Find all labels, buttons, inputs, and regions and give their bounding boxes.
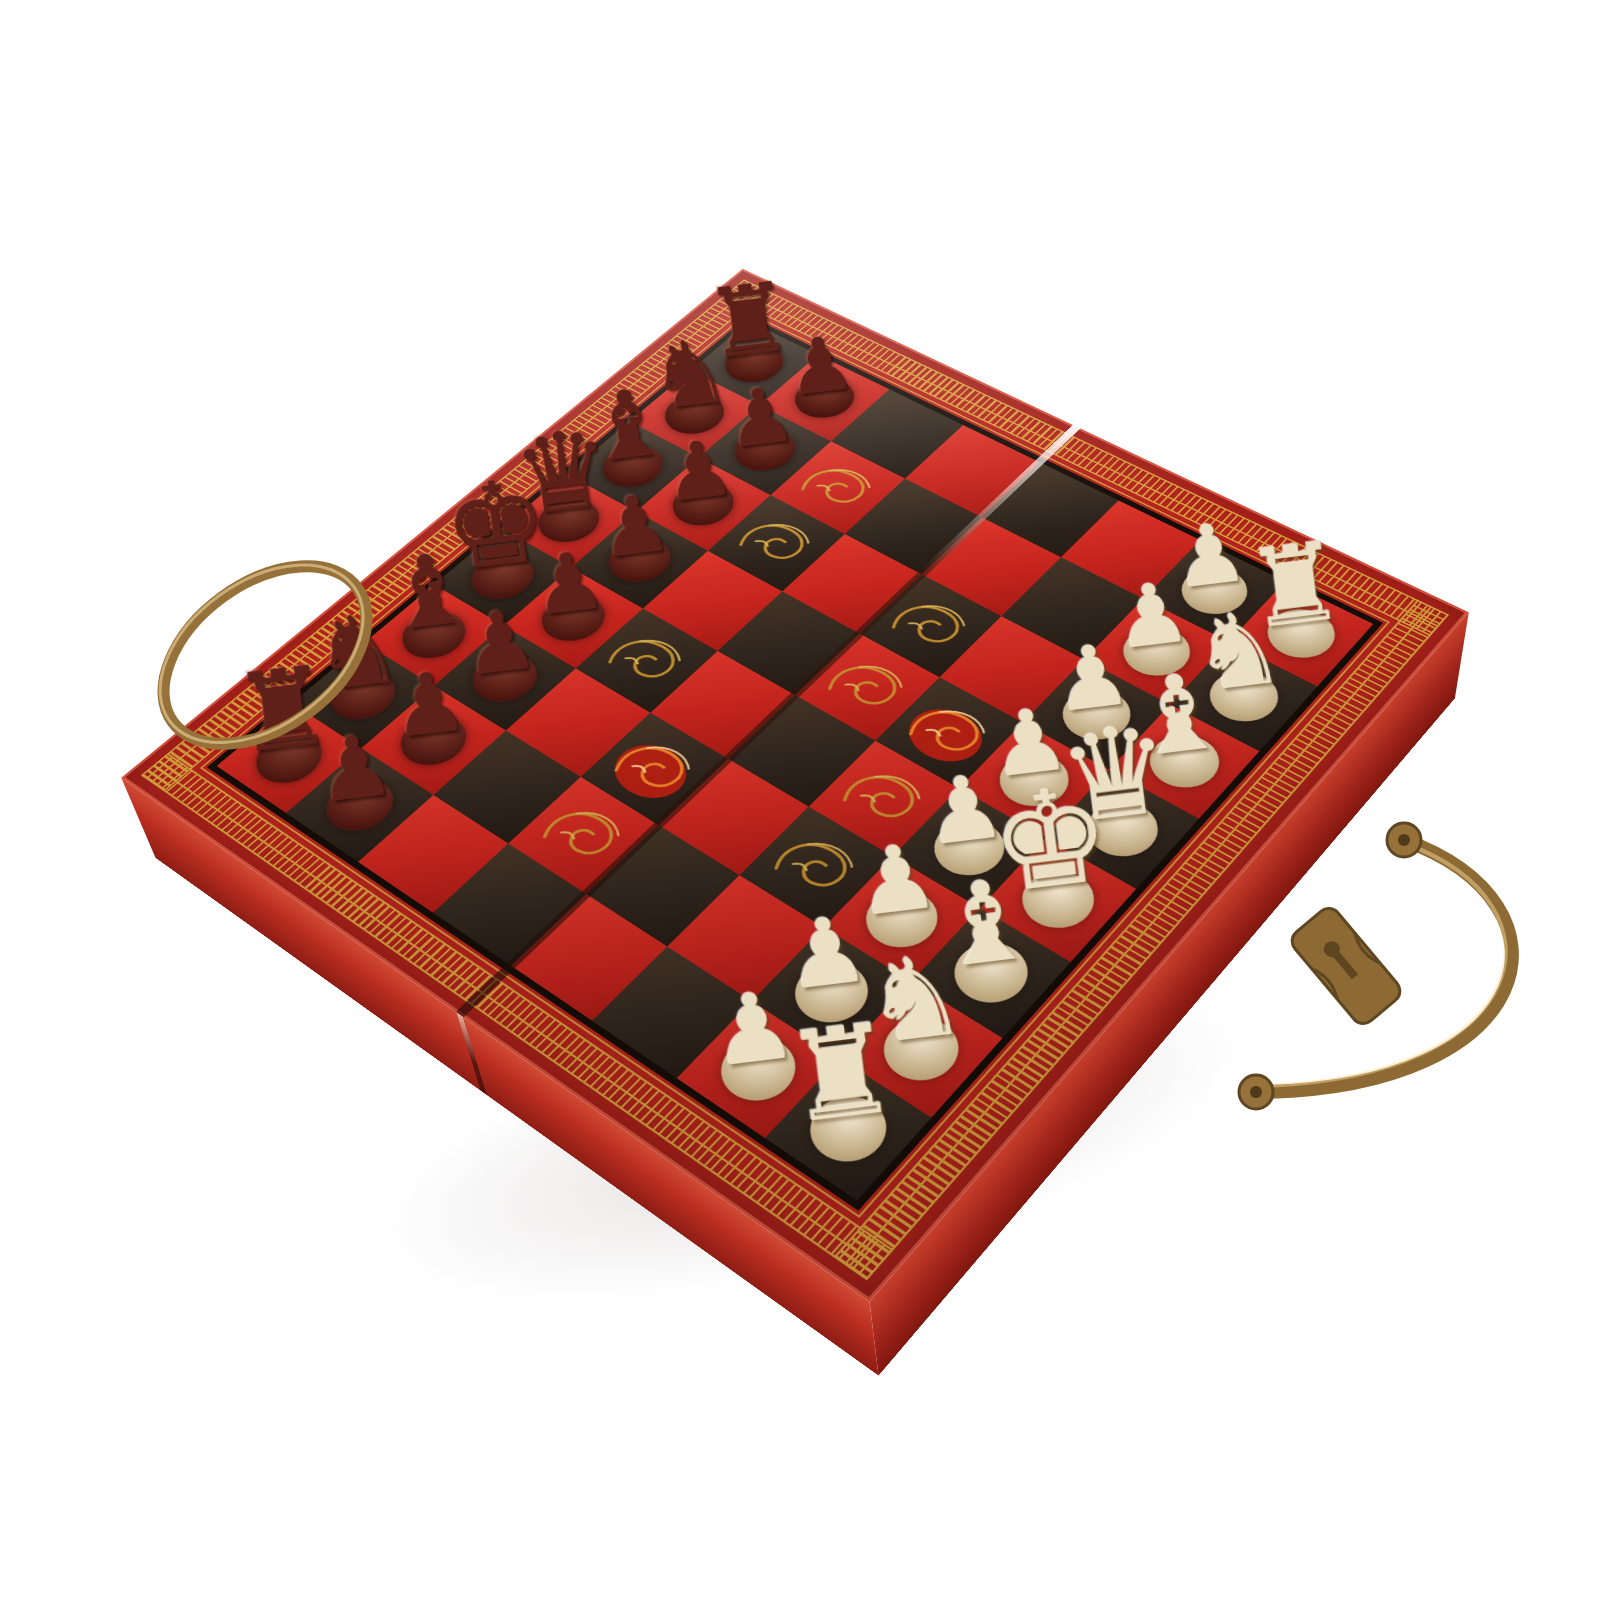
product-photo: Vintage Chinese red and black folding ch… <box>0 0 1600 1600</box>
chess-box: ♜♞♝♛♚♝♞♜♟♟♟♟♟♟♟♟♟♟♟♟♟♟♟♟♜♞♝♛♚♝♞♜ <box>121 269 1469 1302</box>
piece-glyph: ♜ <box>737 999 946 1146</box>
camera-tilt: ♜♞♝♛♚♝♞♜♟♟♟♟♟♟♟♟♟♟♟♟♟♟♟♟♜♞♝♛♚♝♞♜ <box>0 0 1600 1600</box>
perspective-scene: ♜♞♝♛♚♝♞♜♟♟♟♟♟♟♟♟♟♟♟♟♟♟♟♟♜♞♝♛♚♝♞♜ <box>37 0 1553 1453</box>
